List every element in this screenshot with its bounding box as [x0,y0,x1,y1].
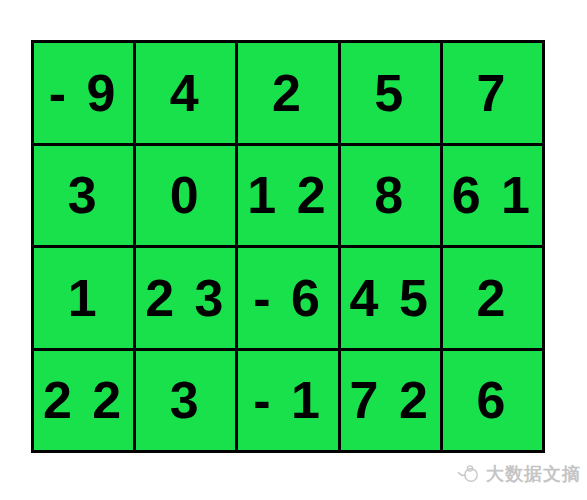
grid-cell-r4c2[interactable]: 3 [136,351,235,451]
grid-cell-r3c3[interactable]: - 6 [238,248,337,348]
grid-cell-r2c1[interactable]: 3 [34,146,133,246]
grid-cell-r2c4[interactable]: 8 [341,146,440,246]
grid-cell-r3c1[interactable]: 1 [34,248,133,348]
grid-cell-r1c5[interactable]: 7 [443,43,542,143]
grid-cell-r1c2[interactable]: 4 [136,43,235,143]
grid-cell-r2c2[interactable]: 0 [136,146,235,246]
watermark-text: 大数据文摘 [486,462,581,486]
puzzle-figure: - 9 4 2 5 7 3 0 1 2 8 6 1 1 2 3 - 6 4 5 … [0,0,587,500]
grid-cell-r1c1[interactable]: - 9 [34,43,133,143]
grid-cell-r1c3[interactable]: 2 [238,43,337,143]
number-grid-board: - 9 4 2 5 7 3 0 1 2 8 6 1 1 2 3 - 6 4 5 … [31,40,545,453]
grid-cell-r2c3[interactable]: 1 2 [238,146,337,246]
grid-cell-r4c1[interactable]: 2 2 [34,351,133,451]
grid-cell-r3c5[interactable]: 2 [443,248,542,348]
grid-cell-r2c5[interactable]: 6 1 [443,146,542,246]
grid-cell-r3c2[interactable]: 2 3 [136,248,235,348]
grid-cell-r4c4[interactable]: 7 2 [341,351,440,451]
grid-cell-r1c4[interactable]: 5 [341,43,440,143]
grid-cell-r4c5[interactable]: 6 [443,351,542,451]
grid-cell-r3c4[interactable]: 4 5 [341,248,440,348]
watermark: 大数据文摘 [456,461,581,486]
digest-bird-logo-icon [456,461,481,486]
grid-cell-r4c3[interactable]: - 1 [238,351,337,451]
